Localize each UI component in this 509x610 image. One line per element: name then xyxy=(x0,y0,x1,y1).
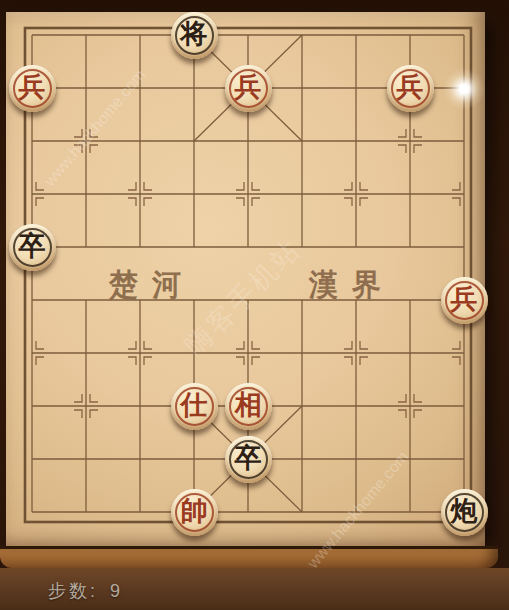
red-pawn[interactable]: 兵 xyxy=(9,65,56,112)
table-background: 步数:9 xyxy=(0,568,509,610)
piece-label: 兵 xyxy=(19,74,46,101)
step-counter-value: 9 xyxy=(110,581,120,601)
piece-label: 卒 xyxy=(235,445,262,472)
red-general[interactable]: 帥 xyxy=(171,489,218,536)
step-counter: 步数:9 xyxy=(48,579,120,603)
piece-label: 卒 xyxy=(19,233,46,260)
red-elephant[interactable]: 相 xyxy=(225,383,272,430)
black-pawn[interactable]: 卒 xyxy=(9,224,56,271)
board-front-edge xyxy=(0,546,498,568)
piece-label: 兵 xyxy=(451,286,478,313)
piece-label: 兵 xyxy=(397,74,424,101)
piece-label: 炮 xyxy=(451,498,478,525)
step-counter-label: 步数: xyxy=(48,581,98,601)
sparkle-effect xyxy=(442,67,486,111)
red-pawn[interactable]: 兵 xyxy=(225,65,272,112)
piece-label: 仕 xyxy=(181,392,208,419)
xiangqi-app: 楚河 漢界 将兵兵兵卒兵仕相卒帥炮 步数:9 www.hackhome.com … xyxy=(0,0,509,610)
red-pawn[interactable]: 兵 xyxy=(441,277,488,324)
black-cannon[interactable]: 炮 xyxy=(441,489,488,536)
piece-label: 帥 xyxy=(181,498,208,525)
black-pawn[interactable]: 卒 xyxy=(225,436,272,483)
red-advisor[interactable]: 仕 xyxy=(171,383,218,430)
piece-label: 兵 xyxy=(235,74,262,101)
piece-label: 将 xyxy=(181,21,208,48)
red-pawn[interactable]: 兵 xyxy=(387,65,434,112)
black-general[interactable]: 将 xyxy=(171,12,218,59)
xiangqi-board[interactable]: 楚河 漢界 将兵兵兵卒兵仕相卒帥炮 xyxy=(6,12,485,546)
piece-label: 相 xyxy=(235,392,262,419)
piece-grid: 将兵兵兵卒兵仕相卒帥炮 xyxy=(5,9,491,539)
